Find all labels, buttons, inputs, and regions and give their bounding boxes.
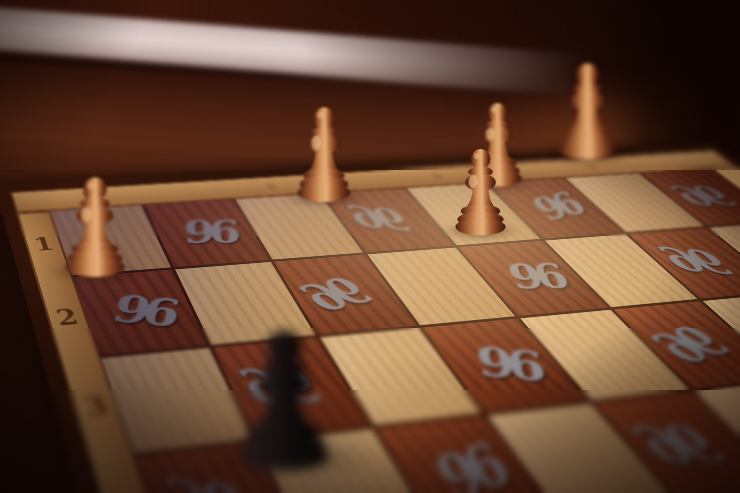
white-pawn-f2[interactable] [451, 146, 510, 239]
border-smudge [430, 173, 444, 180]
border-smudge [584, 163, 599, 170]
white-pawn-g1[interactable] [555, 60, 620, 164]
border-smudge [265, 183, 279, 190]
white-pawn-d1[interactable] [293, 104, 355, 206]
black-pawn-b4[interactable] [231, 326, 337, 476]
white-pawn-a2[interactable] [60, 174, 130, 281]
board-grid: 9696969696969696969696969696969696969696… [50, 169, 740, 493]
chess-board-photo: K 123 9696969696969696969696969696969696… [0, 0, 740, 493]
